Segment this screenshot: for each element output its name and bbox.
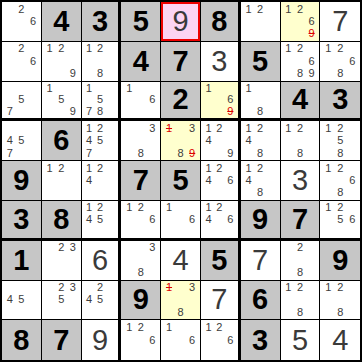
cell-r3c1[interactable]: 57	[2, 82, 42, 122]
candidate-8: 8	[334, 147, 346, 159]
candidate-2: 2	[334, 282, 346, 294]
pencil-marks: 126	[121, 201, 160, 238]
empty-candidate-slot	[105, 122, 116, 134]
candidate-9: 9	[67, 106, 79, 118]
candidate-6: 6	[225, 94, 236, 106]
empty-candidate-slot	[27, 294, 39, 306]
pencil-marks: 1245	[82, 201, 119, 238]
empty-candidate-slot	[55, 306, 67, 318]
cell-r9c8[interactable]: 5	[281, 320, 321, 360]
empty-candidate-slot	[203, 347, 214, 360]
candidate-1: 1	[243, 83, 255, 95]
empty-candidate-slot	[283, 306, 295, 318]
empty-candidate-slot	[147, 106, 159, 118]
empty-candidate-slot	[283, 55, 295, 67]
empty-candidate-slot	[123, 225, 135, 237]
empty-candidate-slot	[147, 83, 159, 95]
empty-candidate-slot	[105, 306, 116, 318]
given-digit: 9	[332, 246, 348, 275]
empty-candidate-slot	[16, 83, 28, 95]
given-digit: 6	[53, 126, 69, 155]
empty-candidate-slot	[175, 334, 187, 347]
empty-candidate-slot	[16, 147, 28, 159]
cell-r4c2[interactable]: 6	[42, 121, 82, 161]
candidate-1: 1	[322, 162, 334, 174]
cell-r1c5[interactable]: 9	[161, 2, 201, 42]
empty-candidate-slot	[55, 83, 67, 95]
cell-r9c9[interactable]: 4	[320, 320, 360, 360]
empty-candidate-slot	[105, 147, 116, 159]
cell-r1c9[interactable]: 7	[320, 2, 360, 42]
candidate-5: 5	[95, 294, 106, 306]
candidate-2: 2	[55, 282, 67, 294]
candidate-2: 2	[254, 122, 266, 134]
candidate-1: 1	[84, 83, 95, 95]
cell-r9c2[interactable]: 7	[42, 320, 82, 360]
cell-r5c7[interactable]: 1248	[241, 161, 281, 201]
candidate-2: 2	[214, 162, 225, 174]
empty-candidate-slot	[4, 43, 16, 55]
pencil-marks: 169	[201, 82, 238, 119]
empty-candidate-slot	[84, 282, 95, 294]
pencil-marks: 1268	[320, 161, 360, 200]
cell-r7c2[interactable]: 23	[42, 241, 82, 281]
empty-candidate-slot	[84, 225, 95, 237]
cell-r7c4[interactable]: 38	[121, 241, 161, 281]
empty-candidate-slot	[283, 67, 295, 79]
pencil-marks: 1246	[201, 161, 238, 200]
candidate-2: 2	[294, 3, 306, 15]
candidate-8: 8	[95, 67, 106, 79]
cell-r8c2[interactable]: 235	[42, 281, 82, 321]
cell-r8c4[interactable]: 9	[121, 281, 161, 321]
empty-candidate-slot	[266, 162, 278, 174]
empty-candidate-slot	[254, 28, 266, 40]
empty-candidate-slot	[306, 135, 318, 147]
candidate-2: 2	[294, 43, 306, 55]
solved-digit: 7	[252, 246, 268, 275]
candidate-4: 4	[203, 214, 214, 226]
empty-candidate-slot	[105, 202, 116, 214]
candidate-2: 2	[95, 282, 106, 294]
empty-candidate-slot	[147, 202, 159, 214]
cell-r7c8[interactable]: 28	[281, 241, 321, 281]
candidate-1: 1	[84, 43, 95, 55]
empty-candidate-slot	[175, 294, 187, 306]
cell-r2c2[interactable]: 129	[42, 42, 82, 82]
empty-candidate-slot	[55, 174, 67, 186]
candidate-1: 1	[283, 3, 295, 15]
cell-r6c8[interactable]: 7	[281, 201, 321, 241]
candidate-5: 5	[334, 135, 346, 147]
empty-candidate-slot	[16, 306, 28, 318]
cell-r4c9[interactable]: 1258	[320, 121, 360, 161]
cell-r2c3[interactable]: 128	[82, 42, 122, 82]
empty-candidate-slot	[225, 135, 236, 147]
pencil-marks: 38	[121, 121, 160, 160]
empty-candidate-slot	[346, 202, 358, 214]
empty-candidate-slot	[4, 83, 16, 95]
pencil-marks: 128	[82, 42, 119, 81]
eliminated-candidate-9: 9	[306, 28, 318, 40]
candidate-2: 2	[254, 3, 266, 15]
solved-digit: 4	[332, 326, 348, 355]
cell-r5c1[interactable]: 9	[2, 161, 42, 201]
cell-r1c6[interactable]: 8	[201, 2, 241, 42]
cell-r9c3[interactable]: 9	[82, 320, 122, 360]
candidate-8: 8	[175, 147, 187, 159]
empty-candidate-slot	[16, 15, 28, 27]
empty-candidate-slot	[225, 225, 236, 237]
cell-r8c5[interactable]: 138	[161, 281, 201, 321]
given-digit: 3	[332, 85, 348, 114]
empty-candidate-slot	[225, 202, 236, 214]
empty-candidate-slot	[4, 306, 16, 318]
candidate-2: 2	[214, 321, 225, 334]
empty-candidate-slot	[225, 347, 236, 360]
cell-r9c7[interactable]: 3	[241, 320, 281, 360]
cell-r3c7[interactable]: 18	[241, 82, 281, 122]
empty-candidate-slot	[294, 254, 306, 266]
empty-candidate-slot	[44, 67, 56, 79]
cell-r1c4[interactable]: 5	[121, 2, 161, 42]
pencil-marks: 138	[161, 281, 200, 320]
empty-candidate-slot	[346, 67, 358, 79]
candidate-6: 6	[306, 15, 318, 27]
pencil-marks: 12457	[82, 121, 119, 160]
empty-candidate-slot	[214, 94, 225, 106]
empty-candidate-slot	[266, 187, 278, 199]
cell-r6c5[interactable]: 16	[161, 201, 201, 241]
empty-candidate-slot	[16, 67, 28, 79]
candidate-4: 4	[4, 294, 16, 306]
cell-r5c9[interactable]: 1268	[320, 161, 360, 201]
candidate-1: 1	[163, 202, 175, 214]
empty-candidate-slot	[322, 67, 334, 79]
empty-candidate-slot	[135, 254, 147, 266]
empty-candidate-slot	[95, 174, 106, 186]
candidate-1: 1	[203, 202, 214, 214]
cell-r7c9[interactable]: 9	[320, 241, 360, 281]
cell-r8c8[interactable]: 128	[281, 281, 321, 321]
cell-r4c6[interactable]: 1249	[201, 121, 241, 161]
empty-candidate-slot	[346, 225, 358, 237]
given-digit: 7	[133, 166, 149, 195]
empty-candidate-slot	[266, 15, 278, 27]
given-digit: 3	[92, 7, 108, 36]
empty-candidate-slot	[27, 67, 39, 79]
cell-r2c8[interactable]: 12689	[281, 42, 321, 82]
empty-candidate-slot	[84, 94, 95, 106]
empty-candidate-slot	[214, 347, 225, 360]
empty-candidate-slot	[306, 254, 318, 266]
empty-candidate-slot	[55, 55, 67, 67]
candidate-3: 3	[147, 242, 159, 254]
cell-r1c3[interactable]: 3	[82, 2, 122, 42]
candidate-1: 1	[243, 3, 255, 15]
given-digit: 4	[53, 7, 69, 36]
cell-r7c1[interactable]: 1	[2, 241, 42, 281]
empty-candidate-slot	[283, 28, 295, 40]
cell-r3c8[interactable]: 4	[281, 82, 321, 122]
cell-r6c3[interactable]: 1245	[82, 201, 122, 241]
pencil-marks: 1578	[82, 82, 119, 119]
cell-r3c9[interactable]: 3	[320, 82, 360, 122]
cell-r9c1[interactable]: 8	[2, 320, 42, 360]
given-digit: 7	[292, 205, 308, 234]
candidate-6: 6	[147, 214, 159, 226]
pencil-marks: 1268	[320, 42, 360, 81]
empty-candidate-slot	[84, 67, 95, 79]
candidate-8: 8	[294, 266, 306, 278]
candidate-1: 1	[123, 321, 135, 334]
pencil-marks: 1248	[241, 121, 280, 160]
cell-r6c6[interactable]: 1246	[201, 201, 241, 241]
cell-r3c6[interactable]: 169	[201, 82, 241, 122]
given-digit: 8	[211, 7, 227, 36]
cell-r8c6[interactable]: 7	[201, 281, 241, 321]
empty-candidate-slot	[4, 55, 16, 67]
empty-candidate-slot	[44, 94, 56, 106]
candidate-2: 2	[254, 162, 266, 174]
candidate-5: 5	[95, 94, 106, 106]
empty-candidate-slot	[147, 147, 159, 159]
cell-r4c5[interactable]: 1389	[161, 121, 201, 161]
empty-candidate-slot	[44, 242, 56, 254]
cell-r7c7[interactable]: 7	[241, 241, 281, 281]
given-digit: 9	[13, 166, 29, 195]
empty-candidate-slot	[346, 282, 358, 294]
given-digit: 5	[211, 246, 227, 275]
cell-r5c2[interactable]: 12	[42, 161, 82, 201]
cell-r4c7[interactable]: 1248	[241, 121, 281, 161]
empty-candidate-slot	[214, 334, 225, 347]
pencil-marks: 159	[42, 82, 81, 119]
empty-candidate-slot	[163, 147, 175, 159]
cell-r5c4[interactable]: 7	[121, 161, 161, 201]
candidate-8: 8	[334, 67, 346, 79]
empty-candidate-slot	[135, 347, 147, 360]
empty-candidate-slot	[67, 83, 79, 95]
cell-r3c5[interactable]: 2	[161, 82, 201, 122]
candidate-4: 4	[84, 294, 95, 306]
candidate-2: 2	[95, 43, 106, 55]
candidate-1: 1	[123, 83, 135, 95]
candidate-8: 8	[254, 147, 266, 159]
pencil-marks: 1389	[161, 121, 200, 160]
cell-r9c4[interactable]: 126	[121, 320, 161, 360]
empty-candidate-slot	[283, 294, 295, 306]
cell-r1c2[interactable]: 4	[42, 2, 82, 42]
empty-candidate-slot	[105, 187, 116, 199]
cell-r4c3[interactable]: 12457	[82, 121, 122, 161]
empty-candidate-slot	[163, 214, 175, 226]
candidate-1: 1	[203, 122, 214, 134]
empty-candidate-slot	[44, 187, 56, 199]
given-digit: 5	[252, 47, 268, 76]
pencil-marks: 1248	[241, 161, 280, 200]
candidate-6: 6	[27, 15, 39, 27]
cell-r4c1[interactable]: 457	[2, 121, 42, 161]
cell-r3c3[interactable]: 1578	[82, 82, 122, 122]
given-digit: 2	[173, 85, 189, 114]
candidate-2: 2	[95, 162, 106, 174]
empty-candidate-slot	[243, 147, 255, 159]
empty-candidate-slot	[44, 306, 56, 318]
empty-candidate-slot	[322, 174, 334, 186]
empty-candidate-slot	[4, 282, 16, 294]
empty-candidate-slot	[105, 135, 116, 147]
candidate-2: 2	[55, 242, 67, 254]
candidate-2: 2	[135, 321, 147, 334]
cell-r8c9[interactable]: 128	[320, 281, 360, 321]
empty-candidate-slot	[163, 294, 175, 306]
empty-candidate-slot	[294, 55, 306, 67]
given-digit: 7	[173, 47, 189, 76]
cell-r6c1[interactable]: 3	[2, 201, 42, 241]
empty-candidate-slot	[135, 242, 147, 254]
candidate-3: 3	[67, 282, 79, 294]
pencil-marks: 1256	[320, 201, 360, 238]
empty-candidate-slot	[186, 306, 198, 318]
empty-candidate-slot	[135, 135, 147, 147]
pencil-marks: 12689	[281, 42, 320, 81]
cell-r2c5[interactable]: 7	[161, 42, 201, 82]
candidate-2: 2	[294, 122, 306, 134]
empty-candidate-slot	[175, 321, 187, 334]
empty-candidate-slot	[175, 225, 187, 237]
empty-candidate-slot	[175, 282, 187, 294]
eliminated-candidate-9: 9	[186, 147, 198, 159]
empty-candidate-slot	[322, 187, 334, 199]
cell-r1c8[interactable]: 1269	[281, 2, 321, 42]
empty-candidate-slot	[214, 135, 225, 147]
cell-r6c9[interactable]: 1256	[320, 201, 360, 241]
cell-r2c7[interactable]: 5	[241, 42, 281, 82]
empty-candidate-slot	[306, 266, 318, 278]
candidate-4: 4	[203, 135, 214, 147]
empty-candidate-slot	[147, 347, 159, 360]
solved-digit: 3	[292, 166, 308, 195]
empty-candidate-slot	[334, 174, 346, 186]
candidate-6: 6	[186, 334, 198, 347]
empty-candidate-slot	[16, 28, 28, 40]
cell-r1c1[interactable]: 26	[2, 2, 42, 42]
empty-candidate-slot	[105, 162, 116, 174]
empty-candidate-slot	[123, 347, 135, 360]
pencil-marks: 124	[82, 161, 119, 200]
empty-candidate-slot	[283, 266, 295, 278]
given-digit: 8	[13, 326, 29, 355]
empty-candidate-slot	[147, 135, 159, 147]
cell-r7c6[interactable]: 5	[201, 241, 241, 281]
given-digit: 4	[133, 47, 149, 76]
cell-r6c4[interactable]: 126	[121, 201, 161, 241]
candidate-2: 2	[95, 202, 106, 214]
cell-r6c7[interactable]: 9	[241, 201, 281, 241]
sudoku-board: 2643598121269726129128473512689126857159…	[0, 0, 362, 362]
candidate-2: 2	[334, 202, 346, 214]
empty-candidate-slot	[105, 225, 116, 237]
candidate-1: 1	[243, 122, 255, 134]
empty-candidate-slot	[266, 28, 278, 40]
empty-candidate-slot	[123, 242, 135, 254]
empty-candidate-slot	[27, 306, 39, 318]
candidate-1: 1	[44, 162, 56, 174]
cell-r8c7[interactable]: 6	[241, 281, 281, 321]
cell-r7c5[interactable]: 4	[161, 241, 201, 281]
cell-r9c5[interactable]: 16	[161, 320, 201, 360]
empty-candidate-slot	[214, 187, 225, 199]
empty-candidate-slot	[55, 187, 67, 199]
cell-r4c4[interactable]: 38	[121, 121, 161, 161]
empty-candidate-slot	[346, 122, 358, 134]
cell-r8c1[interactable]: 45	[2, 281, 42, 321]
cell-r5c8[interactable]: 3	[281, 161, 321, 201]
empty-candidate-slot	[105, 94, 116, 106]
empty-candidate-slot	[254, 135, 266, 147]
candidate-1: 1	[84, 202, 95, 214]
pencil-marks: 126	[121, 320, 160, 360]
cell-r5c3[interactable]: 124	[82, 161, 122, 201]
cell-r5c5[interactable]: 5	[161, 161, 201, 201]
candidate-6: 6	[225, 214, 236, 226]
empty-candidate-slot	[186, 347, 198, 360]
cell-r3c2[interactable]: 159	[42, 82, 82, 122]
cell-r3c4[interactable]: 16	[121, 82, 161, 122]
candidate-1: 1	[243, 162, 255, 174]
candidate-2: 2	[95, 122, 106, 134]
cell-r9c6[interactable]: 126	[201, 320, 241, 360]
pencil-marks: 16	[121, 82, 160, 119]
empty-candidate-slot	[123, 94, 135, 106]
pencil-marks: 26	[2, 2, 41, 41]
cell-r2c6[interactable]: 3	[201, 42, 241, 82]
empty-candidate-slot	[84, 187, 95, 199]
empty-candidate-slot	[334, 55, 346, 67]
cell-r8c3[interactable]: 245	[82, 281, 122, 321]
cell-r2c4[interactable]: 4	[121, 42, 161, 82]
cell-r2c1[interactable]: 26	[2, 42, 42, 82]
cell-r5c6[interactable]: 1246	[201, 161, 241, 201]
pencil-marks: 128	[281, 121, 320, 160]
cell-r4c8[interactable]: 128	[281, 121, 321, 161]
empty-candidate-slot	[203, 106, 214, 118]
eliminated-candidate-1: 1	[163, 282, 175, 294]
candidate-6: 6	[147, 334, 159, 347]
cell-r7c3[interactable]: 6	[82, 241, 122, 281]
cell-r2c9[interactable]: 1268	[320, 42, 360, 82]
cell-r1c7[interactable]: 12	[241, 2, 281, 42]
empty-candidate-slot	[175, 202, 187, 214]
given-digit: 4	[292, 85, 308, 114]
candidate-1: 1	[322, 202, 334, 214]
empty-candidate-slot	[27, 43, 39, 55]
empty-candidate-slot	[346, 43, 358, 55]
empty-candidate-slot	[44, 254, 56, 266]
empty-candidate-slot	[4, 67, 16, 79]
pencil-marks: 45	[2, 281, 41, 320]
empty-candidate-slot	[306, 43, 318, 55]
cell-r6c2[interactable]: 8	[42, 201, 82, 241]
pencil-marks: 129	[42, 42, 81, 81]
empty-candidate-slot	[84, 55, 95, 67]
empty-candidate-slot	[27, 147, 39, 159]
candidate-4: 4	[243, 174, 255, 186]
pencil-marks: 1269	[281, 2, 320, 41]
pencil-marks: 1249	[201, 121, 238, 160]
candidate-5: 5	[16, 294, 28, 306]
